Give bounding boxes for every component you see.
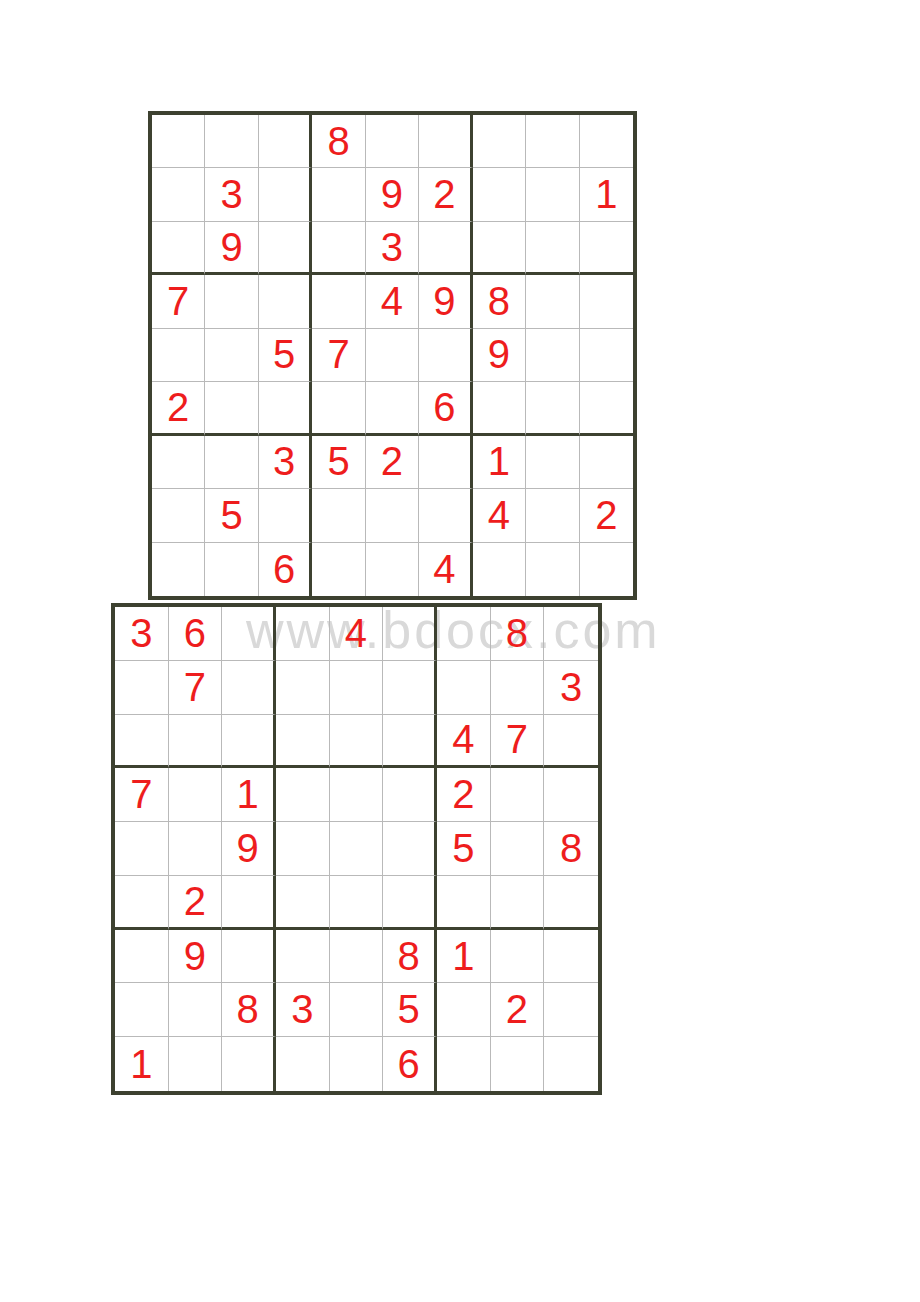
cell-r9c8	[526, 543, 579, 596]
cell-r7c2-given-digit: 9	[169, 930, 223, 984]
cell-r3c2-given-digit: 9	[205, 222, 258, 275]
cell-r2c3	[259, 168, 312, 221]
cell-r1c4-given-digit: 8	[312, 115, 365, 168]
cell-r2c6	[383, 661, 437, 715]
cell-r1c3	[259, 115, 312, 168]
cell-r9c6-given-digit: 6	[383, 1037, 437, 1091]
cell-r1c6	[419, 115, 472, 168]
cell-r6c3	[222, 876, 276, 930]
cell-r7c7-given-digit: 1	[437, 930, 491, 984]
cell-r1c9	[580, 115, 633, 168]
cell-r1c1	[152, 115, 205, 168]
cell-r8c5	[366, 489, 419, 542]
cell-r3c3	[222, 715, 276, 769]
cell-r5c5	[330, 822, 384, 876]
cell-r2c2-given-digit: 3	[205, 168, 258, 221]
cell-r5c9-given-digit: 8	[544, 822, 598, 876]
cell-r2c8	[526, 168, 579, 221]
cell-r8c6	[419, 489, 472, 542]
cell-r7c8	[491, 930, 545, 984]
cell-r5c9	[580, 329, 633, 382]
cell-r3c1	[115, 715, 169, 769]
cell-r9c6-given-digit: 4	[419, 543, 472, 596]
cell-r4c8	[526, 275, 579, 328]
cell-r2c4	[312, 168, 365, 221]
cell-r7c2	[205, 436, 258, 489]
cell-r8c9-given-digit: 2	[580, 489, 633, 542]
cell-r5c1	[115, 822, 169, 876]
cell-r8c6-given-digit: 5	[383, 983, 437, 1037]
cell-r4c8	[491, 768, 545, 822]
cell-r1c8	[526, 115, 579, 168]
cell-r4c6-given-digit: 9	[419, 275, 472, 328]
cell-r5c4-given-digit: 7	[312, 329, 365, 382]
cell-r9c2	[169, 1037, 223, 1091]
cell-r6c8	[491, 876, 545, 930]
cell-r4c5	[330, 768, 384, 822]
cell-r4c4	[276, 768, 330, 822]
cell-r1c3	[222, 607, 276, 661]
cell-r1c6	[383, 607, 437, 661]
sudoku-board-1: 8392193749857926352154264	[148, 111, 637, 600]
cell-r5c2	[205, 329, 258, 382]
cell-r2c2-given-digit: 7	[169, 661, 223, 715]
cell-r7c1	[152, 436, 205, 489]
cell-r8c7-given-digit: 4	[473, 489, 526, 542]
cell-r7c9	[544, 930, 598, 984]
cell-r2c9-given-digit: 1	[580, 168, 633, 221]
cell-r5c6	[419, 329, 472, 382]
cell-r7c3	[222, 930, 276, 984]
cell-r5c7-given-digit: 5	[437, 822, 491, 876]
cell-r8c8-given-digit: 2	[491, 983, 545, 1037]
cell-r2c8	[491, 661, 545, 715]
cell-r4c6	[383, 768, 437, 822]
cell-r2c3	[222, 661, 276, 715]
cell-r3c8-given-digit: 7	[491, 715, 545, 769]
cell-r8c1	[152, 489, 205, 542]
cell-r8c1	[115, 983, 169, 1037]
cell-r5c8	[526, 329, 579, 382]
cell-r7c8	[526, 436, 579, 489]
cell-r6c5	[330, 876, 384, 930]
cell-r1c5	[366, 115, 419, 168]
cell-r6c9	[544, 876, 598, 930]
cell-r4c5-given-digit: 4	[366, 275, 419, 328]
cell-r1c5-given-digit: 4	[330, 607, 384, 661]
cell-r3c4	[276, 715, 330, 769]
cell-r6c2	[205, 382, 258, 435]
cell-r3c9	[544, 715, 598, 769]
cell-r4c7-given-digit: 8	[473, 275, 526, 328]
cell-r3c7	[473, 222, 526, 275]
cell-r7c7-given-digit: 1	[473, 436, 526, 489]
cell-r4c3-given-digit: 1	[222, 768, 276, 822]
cell-r5c3-given-digit: 9	[222, 822, 276, 876]
cell-r6c4	[276, 876, 330, 930]
cell-r2c7	[473, 168, 526, 221]
cell-r6c6-given-digit: 6	[419, 382, 472, 435]
cell-r5c8	[491, 822, 545, 876]
cell-r8c9	[544, 983, 598, 1037]
cell-r4c9	[544, 768, 598, 822]
cell-r7c4-given-digit: 5	[312, 436, 365, 489]
cell-r9c9	[580, 543, 633, 596]
cell-r5c3-given-digit: 5	[259, 329, 312, 382]
cell-r1c8-given-digit: 8	[491, 607, 545, 661]
cell-r1c7	[473, 115, 526, 168]
cell-r2c9-given-digit: 3	[544, 661, 598, 715]
cell-r8c3-given-digit: 8	[222, 983, 276, 1037]
cell-r2c5-given-digit: 9	[366, 168, 419, 221]
cell-r8c7	[437, 983, 491, 1037]
cell-r2c4	[276, 661, 330, 715]
cell-r6c9	[580, 382, 633, 435]
sudoku-board-2: 364873477129582981835216	[111, 603, 602, 1095]
cell-r6c4	[312, 382, 365, 435]
cell-r4c2	[169, 768, 223, 822]
cell-r3c9	[580, 222, 633, 275]
cell-r4c2	[205, 275, 258, 328]
cell-r7c5	[330, 930, 384, 984]
cell-r9c7	[437, 1037, 491, 1091]
cell-r5c4	[276, 822, 330, 876]
cell-r3c5-given-digit: 3	[366, 222, 419, 275]
cell-r3c4	[312, 222, 365, 275]
cell-r2c1	[115, 661, 169, 715]
cell-r9c3-given-digit: 6	[259, 543, 312, 596]
cell-r1c1-given-digit: 3	[115, 607, 169, 661]
cell-r1c7	[437, 607, 491, 661]
cell-r1c4	[276, 607, 330, 661]
cell-r5c2	[169, 822, 223, 876]
cell-r3c3	[259, 222, 312, 275]
cell-r4c7-given-digit: 2	[437, 768, 491, 822]
cell-r9c8	[491, 1037, 545, 1091]
cell-r6c7	[437, 876, 491, 930]
cell-r7c3-given-digit: 3	[259, 436, 312, 489]
cell-r6c1-given-digit: 2	[152, 382, 205, 435]
cell-r3c1	[152, 222, 205, 275]
cell-r3c2	[169, 715, 223, 769]
cell-r6c1	[115, 876, 169, 930]
cell-r9c1-given-digit: 1	[115, 1037, 169, 1091]
cell-r3c8	[526, 222, 579, 275]
cell-r6c6	[383, 876, 437, 930]
cell-r9c3	[222, 1037, 276, 1091]
cell-r3c6	[419, 222, 472, 275]
cell-r8c2-given-digit: 5	[205, 489, 258, 542]
cell-r8c4	[312, 489, 365, 542]
cell-r5c5	[366, 329, 419, 382]
cell-r8c5	[330, 983, 384, 1037]
cell-r4c3	[259, 275, 312, 328]
cell-r7c5-given-digit: 2	[366, 436, 419, 489]
cell-r9c5	[330, 1037, 384, 1091]
cell-r2c5	[330, 661, 384, 715]
cell-r7c6-given-digit: 8	[383, 930, 437, 984]
cell-r4c1-given-digit: 7	[152, 275, 205, 328]
cell-r2c6-given-digit: 2	[419, 168, 472, 221]
cell-r7c9	[580, 436, 633, 489]
cell-r1c2-given-digit: 6	[169, 607, 223, 661]
cell-r3c6	[383, 715, 437, 769]
cell-r2c7	[437, 661, 491, 715]
cell-r3c7-given-digit: 4	[437, 715, 491, 769]
cell-r5c7-given-digit: 9	[473, 329, 526, 382]
cell-r9c4	[276, 1037, 330, 1091]
cell-r1c2	[205, 115, 258, 168]
cell-r5c6	[383, 822, 437, 876]
cell-r6c5	[366, 382, 419, 435]
cell-r5c1	[152, 329, 205, 382]
cell-r9c1	[152, 543, 205, 596]
cell-r6c2-given-digit: 2	[169, 876, 223, 930]
cell-r7c4	[276, 930, 330, 984]
cell-r9c7	[473, 543, 526, 596]
cell-r2c1	[152, 168, 205, 221]
cell-r7c6	[419, 436, 472, 489]
cell-r1c9	[544, 607, 598, 661]
cell-r6c8	[526, 382, 579, 435]
cell-r6c7	[473, 382, 526, 435]
cell-r7c1	[115, 930, 169, 984]
cell-r6c3	[259, 382, 312, 435]
cell-r8c3	[259, 489, 312, 542]
cell-r9c9	[544, 1037, 598, 1091]
cell-r8c4-given-digit: 3	[276, 983, 330, 1037]
cell-r9c5	[366, 543, 419, 596]
cell-r8c8	[526, 489, 579, 542]
cell-r4c4	[312, 275, 365, 328]
cell-r3c5	[330, 715, 384, 769]
cell-r8c2	[169, 983, 223, 1037]
cell-r9c4	[312, 543, 365, 596]
cell-r4c1-given-digit: 7	[115, 768, 169, 822]
cell-r9c2	[205, 543, 258, 596]
cell-r4c9	[580, 275, 633, 328]
